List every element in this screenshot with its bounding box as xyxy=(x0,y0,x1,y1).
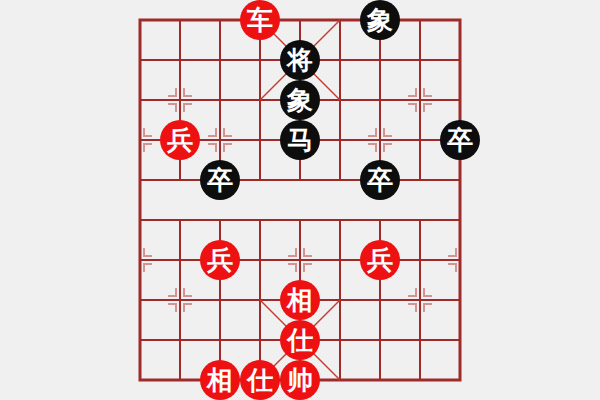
piece-red-elephant[interactable]: 相 xyxy=(200,360,240,400)
piece-black-horse[interactable]: 马 xyxy=(280,120,320,160)
piece-black-elephant[interactable]: 象 xyxy=(360,0,400,40)
piece-red-advisor[interactable]: 仕 xyxy=(240,360,280,400)
piece-black-elephant[interactable]: 象 xyxy=(280,80,320,120)
piece-red-soldier[interactable]: 兵 xyxy=(160,120,200,160)
piece-black-general[interactable]: 将 xyxy=(280,40,320,80)
piece-red-elephant[interactable]: 相 xyxy=(280,280,320,320)
xiangqi-board: 车象将象兵马卒卒卒兵兵相仕相仕帅 xyxy=(0,0,600,400)
piece-red-soldier[interactable]: 兵 xyxy=(360,240,400,280)
piece-red-soldier[interactable]: 兵 xyxy=(200,240,240,280)
piece-black-soldier[interactable]: 卒 xyxy=(440,120,480,160)
piece-black-soldier[interactable]: 卒 xyxy=(360,160,400,200)
piece-red-advisor[interactable]: 仕 xyxy=(280,320,320,360)
piece-red-general[interactable]: 帅 xyxy=(280,360,320,400)
piece-red-chariot[interactable]: 车 xyxy=(240,0,280,40)
board-intersections[interactable]: 车象将象兵马卒卒卒兵兵相仕相仕帅 xyxy=(120,0,480,400)
piece-black-soldier[interactable]: 卒 xyxy=(200,160,240,200)
